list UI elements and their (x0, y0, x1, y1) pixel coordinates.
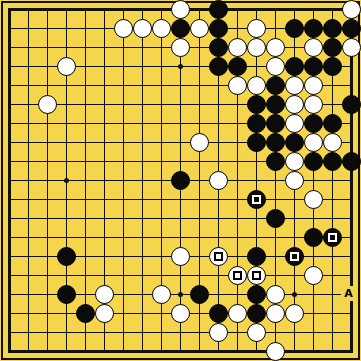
white-stone (152, 19, 171, 38)
black-stone (247, 114, 266, 133)
white-stone (266, 342, 285, 361)
white-stone (266, 38, 285, 57)
white-stone (133, 19, 152, 38)
black-stone (247, 247, 266, 266)
star-point (64, 178, 69, 183)
black-stone (304, 152, 323, 171)
black-stone (247, 190, 266, 209)
white-stone (342, 38, 361, 57)
black-stone (342, 19, 361, 38)
white-stone (304, 38, 323, 57)
black-stone (304, 228, 323, 247)
white-stone (266, 57, 285, 76)
white-stone (266, 285, 285, 304)
black-stone (342, 152, 361, 171)
black-stone (76, 304, 95, 323)
white-stone (95, 304, 114, 323)
white-stone (304, 133, 323, 152)
white-stone (285, 152, 304, 171)
white-stone (57, 57, 76, 76)
white-stone (323, 133, 342, 152)
white-stone (228, 76, 247, 95)
black-stone (171, 19, 190, 38)
star-point (178, 64, 183, 69)
square-mark (252, 195, 261, 204)
grid-line-horizontal (8, 199, 353, 200)
black-stone (266, 152, 285, 171)
black-stone (266, 209, 285, 228)
white-stone (171, 247, 190, 266)
black-stone (323, 228, 342, 247)
black-stone (209, 38, 228, 57)
grid-line-horizontal (8, 237, 353, 238)
white-stone (342, 0, 361, 19)
white-stone (304, 266, 323, 285)
black-stone (285, 19, 304, 38)
black-stone (171, 171, 190, 190)
white-stone (209, 247, 228, 266)
white-stone (190, 19, 209, 38)
black-stone (209, 0, 228, 19)
white-stone (38, 95, 57, 114)
black-stone (285, 57, 304, 76)
black-stone (247, 133, 266, 152)
star-point (292, 292, 297, 297)
white-stone (266, 304, 285, 323)
white-stone (247, 323, 266, 342)
black-stone (266, 133, 285, 152)
black-stone (323, 152, 342, 171)
white-stone (114, 19, 133, 38)
white-stone (228, 38, 247, 57)
grid-line-horizontal (8, 275, 353, 276)
go-board: A (0, 0, 361, 361)
grid-line-vertical (350, 8, 353, 353)
black-stone (247, 285, 266, 304)
black-stone (285, 247, 304, 266)
white-stone (285, 304, 304, 323)
white-stone (247, 19, 266, 38)
white-stone (152, 285, 171, 304)
white-stone (228, 304, 247, 323)
black-stone (190, 285, 209, 304)
black-stone (285, 133, 304, 152)
white-stone (209, 171, 228, 190)
black-stone (304, 57, 323, 76)
square-mark (290, 252, 299, 261)
black-stone (323, 114, 342, 133)
black-stone (266, 114, 285, 133)
square-mark (214, 252, 223, 261)
white-stone (285, 76, 304, 95)
white-stone (304, 76, 323, 95)
grid-line-horizontal (8, 218, 353, 219)
black-stone (304, 114, 323, 133)
white-stone (228, 266, 247, 285)
square-mark (233, 271, 242, 280)
black-stone (247, 95, 266, 114)
black-stone (209, 57, 228, 76)
white-stone (247, 266, 266, 285)
black-stone (323, 38, 342, 57)
white-stone (285, 114, 304, 133)
black-stone (209, 19, 228, 38)
white-stone (171, 0, 190, 19)
point-label-A: A (341, 286, 356, 301)
white-stone (304, 190, 323, 209)
black-stone (323, 19, 342, 38)
grid-line-horizontal (8, 332, 353, 333)
white-stone (285, 95, 304, 114)
white-stone (209, 323, 228, 342)
white-stone (190, 133, 209, 152)
white-stone (95, 285, 114, 304)
black-stone (247, 304, 266, 323)
white-stone (304, 95, 323, 114)
black-stone (323, 57, 342, 76)
white-stone (171, 38, 190, 57)
white-stone (247, 38, 266, 57)
black-stone (228, 57, 247, 76)
star-point (178, 292, 183, 297)
black-stone (342, 95, 361, 114)
white-stone (285, 171, 304, 190)
square-mark (252, 271, 261, 280)
black-stone (266, 76, 285, 95)
square-mark (328, 233, 337, 242)
black-stone (57, 285, 76, 304)
black-stone (266, 95, 285, 114)
white-stone (247, 76, 266, 95)
white-stone (171, 304, 190, 323)
grid-line-horizontal (8, 350, 353, 353)
black-stone (209, 304, 228, 323)
black-stone (57, 247, 76, 266)
black-stone (304, 19, 323, 38)
